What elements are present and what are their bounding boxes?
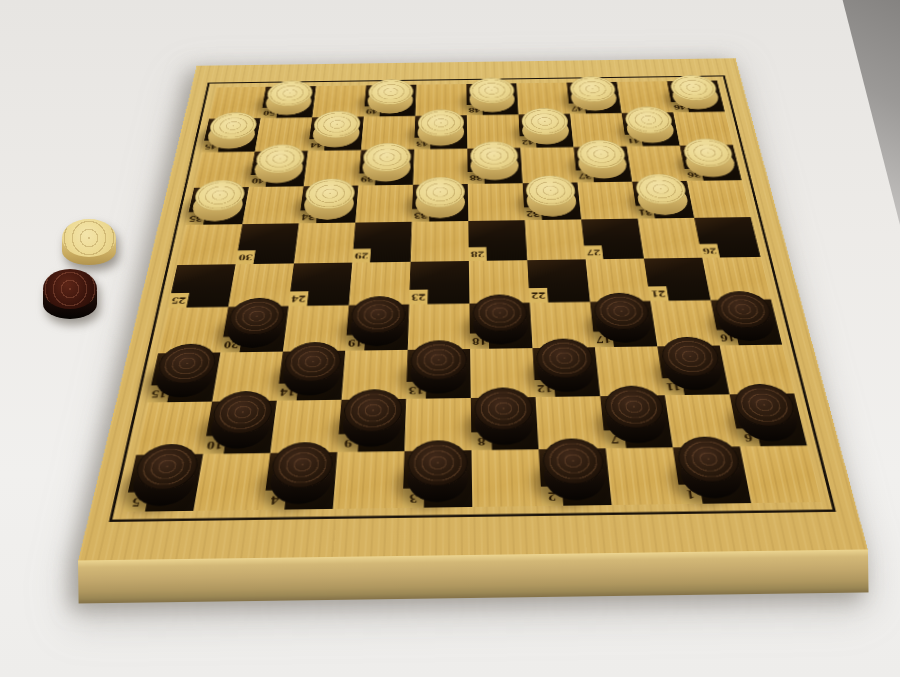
piece-light-on-40[interactable] [252, 154, 304, 184]
light-square-r3c1 [242, 186, 303, 224]
piece-dark-on-4[interactable] [268, 457, 334, 504]
light-square-r9c5 [472, 449, 543, 507]
square-5[interactable]: 5 [124, 454, 203, 512]
square-3[interactable]: 3 [403, 450, 473, 508]
piece-light-on-43[interactable] [417, 118, 464, 146]
light-square-r4c6 [525, 220, 586, 261]
square-number-28: 28 [469, 247, 487, 261]
square-26[interactable]: 26 [694, 217, 760, 258]
piece-dark-on-19[interactable] [349, 308, 406, 346]
piece-light-on-48[interactable] [469, 86, 515, 112]
square-20[interactable]: 20 [220, 306, 288, 352]
offboard-piece-dark-top [43, 269, 97, 309]
square-49[interactable]: 49 [364, 85, 417, 117]
offboard-piece-dark[interactable] [43, 269, 97, 321]
square-38[interactable]: 38 [467, 148, 522, 184]
piece-light-on-34[interactable] [302, 189, 355, 220]
square-number-29: 29 [352, 249, 371, 263]
square-50[interactable]: 50 [260, 86, 315, 118]
square-number-22: 22 [529, 288, 548, 303]
square-33[interactable]: 33 [412, 184, 468, 222]
piece-dark-on-14[interactable] [281, 355, 342, 396]
square-36[interactable]: 36 [680, 145, 742, 181]
piece-dark-on-18[interactable] [473, 307, 529, 345]
square-41[interactable]: 41 [622, 113, 680, 147]
square-13[interactable]: 13 [406, 349, 471, 399]
square-8[interactable]: 8 [471, 397, 539, 450]
square-10[interactable]: 10 [203, 401, 277, 455]
square-6[interactable]: 6 [729, 393, 807, 446]
light-square-r9c1 [193, 453, 270, 511]
square-18[interactable]: 18 [469, 303, 532, 349]
light-square-r9c7 [606, 448, 682, 505]
piece-light-on-38[interactable] [470, 151, 519, 181]
light-square-r4c0 [177, 224, 242, 265]
square-16[interactable]: 16 [711, 299, 782, 345]
draughts-board: 5049484746454443424140393837363534333231… [65, 0, 868, 605]
piece-light-on-39[interactable] [362, 152, 412, 182]
square-39[interactable]: 39 [358, 149, 414, 185]
light-square-r9c9 [740, 446, 821, 503]
square-32[interactable]: 32 [523, 182, 582, 220]
piece-light-on-45[interactable] [205, 121, 257, 149]
square-23[interactable]: 23 [409, 261, 469, 304]
square-37[interactable]: 37 [574, 146, 632, 182]
square-48[interactable]: 48 [466, 83, 518, 115]
square-number-26: 26 [699, 244, 720, 258]
piece-dark-on-20[interactable] [225, 310, 285, 348]
light-square-r3c9 [687, 180, 751, 218]
square-number-24: 24 [289, 291, 309, 306]
square-17[interactable]: 17 [590, 301, 657, 347]
playing-area: 5049484746454443424140393837363534333231… [109, 75, 836, 521]
square-number-21: 21 [648, 286, 669, 301]
piece-light-on-42[interactable] [521, 117, 570, 145]
offboard-piece-light-top [62, 219, 116, 257]
offboard-piece-light[interactable] [62, 219, 116, 267]
square-4[interactable]: 4 [263, 452, 337, 510]
light-square-r4c4 [411, 221, 469, 262]
square-9[interactable]: 9 [337, 399, 406, 452]
square-42[interactable]: 42 [518, 114, 573, 148]
square-46[interactable]: 46 [667, 81, 725, 113]
square-21[interactable]: 21 [644, 258, 711, 301]
piece-dark-on-9[interactable] [341, 403, 402, 447]
square-number-23: 23 [409, 290, 428, 305]
square-47[interactable]: 47 [567, 82, 622, 114]
square-1[interactable]: 1 [673, 447, 751, 504]
square-44[interactable]: 44 [308, 117, 364, 151]
light-square-r3c3 [355, 184, 413, 222]
square-28[interactable]: 28 [468, 220, 527, 261]
square-7[interactable]: 7 [600, 395, 673, 448]
square-11[interactable]: 11 [657, 346, 729, 396]
board-top-surface: 5049484746454443424140393837363534333231… [78, 59, 868, 562]
square-29[interactable]: 29 [352, 222, 412, 263]
square-30[interactable]: 30 [236, 223, 299, 264]
piece-light-on-35[interactable] [190, 190, 245, 221]
square-number-30: 30 [236, 250, 256, 264]
light-square-r3c7 [577, 181, 637, 219]
piece-dark-on-8[interactable] [474, 402, 534, 446]
square-14[interactable]: 14 [277, 351, 346, 401]
square-22[interactable]: 22 [527, 259, 590, 302]
square-number-27: 27 [584, 246, 603, 260]
light-square-r3c5 [468, 183, 525, 221]
square-2[interactable]: 2 [539, 448, 612, 505]
piece-light-on-49[interactable] [367, 88, 414, 114]
square-40[interactable]: 40 [249, 151, 308, 187]
square-43[interactable]: 43 [414, 115, 467, 149]
square-45[interactable]: 45 [202, 118, 261, 152]
piece-light-on-33[interactable] [415, 187, 465, 218]
piece-light-on-44[interactable] [311, 120, 360, 148]
square-19[interactable]: 19 [345, 304, 409, 350]
piece-light-on-50[interactable] [264, 89, 313, 115]
piece-dark-on-13[interactable] [410, 353, 467, 394]
square-15[interactable]: 15 [147, 353, 220, 403]
square-24[interactable]: 24 [289, 263, 353, 306]
light-square-r9c3 [333, 451, 405, 509]
piece-dark-on-5[interactable] [129, 459, 199, 506]
square-27[interactable]: 27 [581, 219, 644, 260]
piece-dark-on-15[interactable] [152, 357, 216, 398]
square-12[interactable]: 12 [532, 347, 600, 397]
square-25[interactable]: 25 [168, 264, 236, 307]
light-square-r4c2 [294, 223, 355, 264]
square-35[interactable]: 35 [186, 187, 249, 225]
piece-dark-on-10[interactable] [208, 405, 273, 449]
light-square-r4c8 [638, 218, 702, 259]
square-34[interactable]: 34 [299, 185, 358, 223]
square-31[interactable]: 31 [632, 181, 694, 219]
piece-dark-on-3[interactable] [407, 455, 469, 502]
square-number-25: 25 [168, 293, 189, 308]
